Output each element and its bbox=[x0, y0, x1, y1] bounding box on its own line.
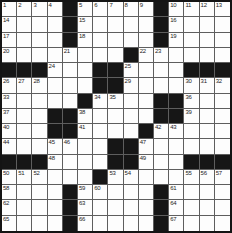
clue-number: 53 bbox=[109, 170, 115, 177]
grid-cell[interactable] bbox=[184, 139, 199, 154]
black-cell bbox=[154, 185, 169, 200]
grid-cell[interactable]: 5 bbox=[78, 2, 93, 17]
clue-number: 20 bbox=[3, 48, 9, 55]
grid-cell[interactable] bbox=[215, 139, 230, 154]
clue-number: 19 bbox=[170, 33, 176, 40]
grid-cell[interactable] bbox=[48, 33, 63, 48]
grid-cell[interactable] bbox=[215, 185, 230, 200]
grid-cell[interactable] bbox=[215, 48, 230, 63]
grid-cell[interactable] bbox=[93, 139, 108, 154]
grid-cell[interactable]: 28 bbox=[32, 78, 47, 93]
grid-cell[interactable] bbox=[215, 17, 230, 32]
clue-number: 39 bbox=[185, 109, 191, 116]
grid-cell[interactable] bbox=[154, 139, 169, 154]
grid-cell[interactable] bbox=[32, 139, 47, 154]
grid-cell[interactable]: 46 bbox=[63, 139, 78, 154]
grid-cell[interactable]: 55 bbox=[184, 170, 199, 185]
grid-cell[interactable] bbox=[93, 33, 108, 48]
grid-cell[interactable]: 52 bbox=[32, 170, 47, 185]
grid-cell[interactable]: 40 bbox=[2, 124, 17, 139]
clue-number: 3 bbox=[33, 2, 36, 9]
clue-number: 31 bbox=[201, 78, 207, 85]
black-cell bbox=[78, 94, 93, 109]
grid-cell[interactable] bbox=[124, 216, 139, 231]
grid-cell[interactable] bbox=[93, 124, 108, 139]
grid-cell[interactable] bbox=[93, 216, 108, 231]
grid-cell[interactable] bbox=[139, 170, 154, 185]
clue-number: 43 bbox=[170, 124, 176, 131]
clue-number: 40 bbox=[3, 124, 9, 131]
grid-cell[interactable] bbox=[17, 185, 32, 200]
black-cell bbox=[63, 185, 78, 200]
clue-number: 5 bbox=[79, 2, 82, 9]
clue-number: 37 bbox=[3, 109, 9, 116]
clue-number: 67 bbox=[170, 216, 176, 223]
grid-cell[interactable]: 32 bbox=[215, 78, 230, 93]
grid-cell[interactable] bbox=[200, 185, 215, 200]
grid-cell[interactable] bbox=[124, 94, 139, 109]
grid-cell[interactable] bbox=[108, 124, 123, 139]
grid-cell[interactable] bbox=[215, 216, 230, 231]
black-cell bbox=[63, 109, 78, 124]
grid-cell[interactable]: 22 bbox=[139, 48, 154, 63]
grid-cell[interactable]: 66 bbox=[78, 216, 93, 231]
grid-cell[interactable] bbox=[124, 33, 139, 48]
grid-cell[interactable] bbox=[32, 200, 47, 215]
black-cell bbox=[108, 139, 123, 154]
black-cell bbox=[17, 155, 32, 170]
grid-cell[interactable]: 37 bbox=[2, 109, 17, 124]
black-cell bbox=[215, 63, 230, 78]
clue-number: 18 bbox=[79, 33, 85, 40]
grid-cell[interactable] bbox=[17, 33, 32, 48]
black-cell bbox=[108, 63, 123, 78]
grid-cell[interactable]: 48 bbox=[48, 155, 63, 170]
clue-number: 57 bbox=[216, 170, 222, 177]
black-cell bbox=[48, 124, 63, 139]
grid-cell[interactable] bbox=[78, 63, 93, 78]
grid-cell[interactable] bbox=[169, 155, 184, 170]
black-cell bbox=[169, 109, 184, 124]
grid-cell[interactable] bbox=[139, 78, 154, 93]
grid-cell[interactable] bbox=[200, 200, 215, 215]
clue-number: 17 bbox=[3, 33, 9, 40]
black-cell bbox=[2, 63, 17, 78]
grid-cell[interactable] bbox=[184, 17, 199, 32]
clue-number: 59 bbox=[79, 185, 85, 192]
grid-cell[interactable] bbox=[48, 185, 63, 200]
grid-cell[interactable]: 51 bbox=[17, 170, 32, 185]
clue-number: 49 bbox=[140, 155, 146, 162]
grid-cell[interactable] bbox=[184, 124, 199, 139]
black-cell bbox=[63, 17, 78, 32]
clue-number: 11 bbox=[185, 2, 191, 9]
clue-number: 46 bbox=[64, 139, 70, 146]
grid-cell[interactable]: 61 bbox=[169, 185, 184, 200]
grid-cell[interactable] bbox=[169, 170, 184, 185]
clue-number: 60 bbox=[94, 185, 100, 192]
clue-number: 36 bbox=[185, 94, 191, 101]
grid-cell[interactable] bbox=[108, 48, 123, 63]
grid-cell[interactable]: 49 bbox=[139, 155, 154, 170]
black-cell bbox=[184, 155, 199, 170]
grid-cell[interactable] bbox=[124, 124, 139, 139]
grid-cell[interactable] bbox=[139, 185, 154, 200]
grid-cell[interactable] bbox=[32, 216, 47, 231]
clue-number: 28 bbox=[33, 78, 39, 85]
grid-cell[interactable]: 29 bbox=[124, 78, 139, 93]
black-cell bbox=[154, 33, 169, 48]
grid-cell[interactable]: 7 bbox=[108, 2, 123, 17]
clue-number: 29 bbox=[125, 78, 131, 85]
grid-cell[interactable] bbox=[78, 155, 93, 170]
grid-cell[interactable] bbox=[108, 109, 123, 124]
clue-number: 12 bbox=[201, 2, 207, 9]
grid-cell[interactable]: 58 bbox=[2, 185, 17, 200]
clue-number: 50 bbox=[3, 170, 9, 177]
clue-number: 7 bbox=[109, 2, 112, 9]
clue-number: 25 bbox=[125, 63, 131, 70]
grid-cell[interactable]: 14 bbox=[2, 17, 17, 32]
clue-number: 33 bbox=[3, 94, 9, 101]
grid-cell[interactable] bbox=[17, 94, 32, 109]
clue-number: 56 bbox=[201, 170, 207, 177]
clue-number: 8 bbox=[125, 2, 128, 9]
black-cell bbox=[184, 63, 199, 78]
grid-cell[interactable] bbox=[108, 216, 123, 231]
grid-cell[interactable]: 15 bbox=[78, 17, 93, 32]
grid-cell[interactable]: 23 bbox=[154, 48, 169, 63]
grid-cell[interactable]: 11 bbox=[184, 2, 199, 17]
grid-cell[interactable]: 50 bbox=[2, 170, 17, 185]
black-cell bbox=[93, 63, 108, 78]
grid-cell[interactable] bbox=[124, 17, 139, 32]
black-cell bbox=[124, 139, 139, 154]
grid-cell[interactable] bbox=[215, 33, 230, 48]
black-cell bbox=[154, 109, 169, 124]
grid-cell[interactable] bbox=[17, 17, 32, 32]
grid-cell[interactable] bbox=[184, 216, 199, 231]
grid-cell[interactable]: 16 bbox=[169, 17, 184, 32]
black-cell bbox=[93, 170, 108, 185]
black-cell bbox=[93, 78, 108, 93]
grid-cell[interactable] bbox=[184, 48, 199, 63]
grid-cell[interactable]: 27 bbox=[17, 78, 32, 93]
grid-cell[interactable] bbox=[200, 216, 215, 231]
grid-cell[interactable] bbox=[139, 200, 154, 215]
black-cell bbox=[108, 78, 123, 93]
grid-cell[interactable] bbox=[17, 48, 32, 63]
grid-cell[interactable]: 30 bbox=[184, 78, 199, 93]
black-cell bbox=[154, 94, 169, 109]
grid-cell[interactable]: 47 bbox=[139, 139, 154, 154]
grid-cell[interactable]: 31 bbox=[200, 78, 215, 93]
grid-cell[interactable] bbox=[124, 200, 139, 215]
grid-cell[interactable] bbox=[200, 48, 215, 63]
grid-cell[interactable]: 56 bbox=[200, 170, 215, 185]
grid-cell[interactable]: 25 bbox=[124, 63, 139, 78]
grid-cell[interactable] bbox=[17, 124, 32, 139]
grid-cell[interactable] bbox=[215, 124, 230, 139]
grid-cell[interactable]: 35 bbox=[108, 94, 123, 109]
black-cell bbox=[154, 200, 169, 215]
clue-number: 63 bbox=[79, 200, 85, 207]
black-cell bbox=[63, 200, 78, 215]
clue-number: 9 bbox=[140, 2, 143, 9]
grid-cell[interactable] bbox=[139, 33, 154, 48]
grid-cell[interactable]: 54 bbox=[124, 170, 139, 185]
clue-number: 6 bbox=[94, 2, 97, 9]
grid-cell[interactable]: 21 bbox=[63, 48, 78, 63]
grid-cell[interactable]: 33 bbox=[2, 94, 17, 109]
clue-number: 62 bbox=[3, 200, 9, 207]
grid-cell[interactable] bbox=[93, 17, 108, 32]
grid-cell[interactable] bbox=[215, 109, 230, 124]
grid-cell[interactable]: 65 bbox=[2, 216, 17, 231]
grid-cell[interactable]: 39 bbox=[184, 109, 199, 124]
grid-cell[interactable] bbox=[93, 155, 108, 170]
grid-cell[interactable] bbox=[17, 216, 32, 231]
grid-cell[interactable] bbox=[48, 170, 63, 185]
black-cell bbox=[215, 155, 230, 170]
grid-cell[interactable] bbox=[63, 155, 78, 170]
crossword-grid: 1234567891011121314151617181920212223242… bbox=[0, 0, 232, 233]
clue-number: 14 bbox=[3, 17, 9, 24]
grid-cell[interactable]: 13 bbox=[215, 2, 230, 17]
grid-cell[interactable]: 12 bbox=[200, 2, 215, 17]
clue-number: 35 bbox=[109, 94, 115, 101]
black-cell bbox=[63, 216, 78, 231]
grid-cell[interactable] bbox=[32, 17, 47, 32]
grid-cell[interactable]: 43 bbox=[169, 124, 184, 139]
grid-cell[interactable] bbox=[124, 109, 139, 124]
grid-cell[interactable] bbox=[139, 109, 154, 124]
grid-cell[interactable]: 42 bbox=[154, 124, 169, 139]
clue-number: 58 bbox=[3, 185, 9, 192]
grid-cell[interactable]: 44 bbox=[2, 139, 17, 154]
grid-cell[interactable] bbox=[169, 78, 184, 93]
grid-cell[interactable] bbox=[17, 200, 32, 215]
grid-cell[interactable] bbox=[78, 78, 93, 93]
grid-cell[interactable] bbox=[200, 94, 215, 109]
grid-cell[interactable]: 59 bbox=[78, 185, 93, 200]
grid-cell[interactable]: 19 bbox=[169, 33, 184, 48]
clue-number: 23 bbox=[155, 48, 161, 55]
grid-cell[interactable] bbox=[200, 33, 215, 48]
grid-cell[interactable] bbox=[32, 33, 47, 48]
grid-cell[interactable] bbox=[63, 63, 78, 78]
clue-number: 2 bbox=[18, 2, 21, 9]
grid-cell[interactable]: 2 bbox=[17, 2, 32, 17]
grid-cell[interactable]: 45 bbox=[48, 139, 63, 154]
clue-number: 55 bbox=[185, 170, 191, 177]
grid-cell[interactable] bbox=[215, 200, 230, 215]
clue-number: 41 bbox=[79, 124, 85, 131]
grid-cell[interactable] bbox=[17, 139, 32, 154]
black-cell bbox=[63, 33, 78, 48]
grid-cell[interactable] bbox=[169, 139, 184, 154]
black-cell bbox=[200, 63, 215, 78]
grid-cell[interactable] bbox=[17, 109, 32, 124]
grid-cell[interactable]: 6 bbox=[93, 2, 108, 17]
clue-number: 27 bbox=[18, 78, 24, 85]
black-cell bbox=[63, 124, 78, 139]
grid-cell[interactable]: 17 bbox=[2, 33, 17, 48]
grid-cell[interactable] bbox=[63, 94, 78, 109]
grid-cell[interactable] bbox=[63, 170, 78, 185]
black-cell bbox=[124, 155, 139, 170]
grid-cell[interactable]: 60 bbox=[93, 185, 108, 200]
grid-cell[interactable] bbox=[93, 48, 108, 63]
grid-cell[interactable] bbox=[48, 216, 63, 231]
clue-number: 15 bbox=[79, 17, 85, 24]
grid-cell[interactable]: 57 bbox=[215, 170, 230, 185]
grid-cell[interactable] bbox=[154, 63, 169, 78]
grid-cell[interactable]: 3 bbox=[32, 2, 47, 17]
grid-cell[interactable] bbox=[108, 185, 123, 200]
grid-cell[interactable] bbox=[78, 170, 93, 185]
grid-cell[interactable] bbox=[200, 109, 215, 124]
grid-cell[interactable]: 64 bbox=[169, 200, 184, 215]
clue-number: 22 bbox=[140, 48, 146, 55]
grid-cell[interactable]: 9 bbox=[139, 2, 154, 17]
grid-cell[interactable]: 53 bbox=[108, 170, 123, 185]
grid-cell[interactable] bbox=[78, 139, 93, 154]
clue-number: 51 bbox=[18, 170, 24, 177]
black-cell bbox=[108, 155, 123, 170]
grid-cell[interactable]: 10 bbox=[169, 2, 184, 17]
grid-cell[interactable] bbox=[32, 94, 47, 109]
clue-number: 26 bbox=[3, 78, 9, 85]
grid-cell[interactable] bbox=[154, 155, 169, 170]
grid-cell[interactable]: 8 bbox=[124, 2, 139, 17]
grid-cell[interactable] bbox=[48, 94, 63, 109]
clue-number: 21 bbox=[64, 48, 70, 55]
grid-cell[interactable] bbox=[154, 78, 169, 93]
clue-number: 10 bbox=[170, 2, 176, 9]
grid-cell[interactable] bbox=[169, 48, 184, 63]
grid-cell[interactable] bbox=[124, 185, 139, 200]
black-cell bbox=[154, 17, 169, 32]
grid-cell[interactable] bbox=[108, 200, 123, 215]
clue-number: 48 bbox=[49, 155, 55, 162]
grid-cell[interactable]: 26 bbox=[2, 78, 17, 93]
grid-cell[interactable] bbox=[32, 48, 47, 63]
grid-cell[interactable] bbox=[215, 94, 230, 109]
grid-cell[interactable] bbox=[139, 17, 154, 32]
black-cell bbox=[124, 48, 139, 63]
black-cell bbox=[169, 94, 184, 109]
grid-cell[interactable]: 41 bbox=[78, 124, 93, 139]
grid-cell[interactable]: 36 bbox=[184, 94, 199, 109]
clue-number: 34 bbox=[94, 94, 100, 101]
grid-cell[interactable] bbox=[48, 48, 63, 63]
grid-cell[interactable] bbox=[93, 109, 108, 124]
grid-cell[interactable]: 1 bbox=[2, 2, 17, 17]
black-cell bbox=[48, 109, 63, 124]
clue-number: 61 bbox=[170, 185, 176, 192]
grid-cell[interactable] bbox=[48, 78, 63, 93]
clue-number: 1 bbox=[3, 2, 6, 9]
clue-number: 42 bbox=[155, 124, 161, 131]
black-cell bbox=[2, 155, 17, 170]
grid-cell[interactable] bbox=[139, 63, 154, 78]
clue-number: 30 bbox=[185, 78, 191, 85]
grid-cell[interactable] bbox=[32, 124, 47, 139]
black-cell bbox=[154, 2, 169, 17]
grid-cell[interactable] bbox=[184, 185, 199, 200]
grid-cell[interactable] bbox=[139, 94, 154, 109]
grid-cell[interactable]: 67 bbox=[169, 216, 184, 231]
clue-number: 13 bbox=[216, 2, 222, 9]
grid-cell[interactable]: 34 bbox=[93, 94, 108, 109]
grid-cell[interactable] bbox=[200, 139, 215, 154]
grid-cell[interactable]: 4 bbox=[48, 2, 63, 17]
black-cell bbox=[63, 2, 78, 17]
clue-number: 38 bbox=[79, 109, 85, 116]
grid-cell[interactable] bbox=[200, 124, 215, 139]
clue-number: 52 bbox=[33, 170, 39, 177]
clue-number: 24 bbox=[49, 63, 55, 70]
clue-number: 64 bbox=[170, 200, 176, 207]
grid-cell[interactable] bbox=[32, 185, 47, 200]
grid-cell[interactable]: 63 bbox=[78, 200, 93, 215]
black-cell bbox=[154, 216, 169, 231]
clue-number: 65 bbox=[3, 216, 9, 223]
black-cell bbox=[139, 124, 154, 139]
grid-cell[interactable] bbox=[32, 109, 47, 124]
clue-number: 32 bbox=[216, 78, 222, 85]
clue-number: 66 bbox=[79, 216, 85, 223]
grid-cell[interactable] bbox=[169, 63, 184, 78]
grid-cell[interactable] bbox=[108, 17, 123, 32]
clue-number: 47 bbox=[140, 139, 146, 146]
clue-number: 45 bbox=[49, 139, 55, 146]
grid-cell[interactable]: 24 bbox=[48, 63, 63, 78]
grid-cell[interactable]: 20 bbox=[2, 48, 17, 63]
grid-cell[interactable] bbox=[139, 216, 154, 231]
grid-cell[interactable]: 18 bbox=[78, 33, 93, 48]
grid-cell[interactable] bbox=[48, 17, 63, 32]
grid-cell[interactable] bbox=[200, 17, 215, 32]
grid-cell[interactable] bbox=[154, 170, 169, 185]
grid-cell[interactable] bbox=[48, 200, 63, 215]
grid-cell[interactable] bbox=[93, 200, 108, 215]
black-cell bbox=[32, 155, 47, 170]
grid-cell[interactable] bbox=[108, 33, 123, 48]
clue-number: 4 bbox=[49, 2, 52, 9]
clue-number: 54 bbox=[125, 170, 131, 177]
grid-cell[interactable]: 62 bbox=[2, 200, 17, 215]
grid-cell[interactable] bbox=[63, 78, 78, 93]
grid-cell[interactable] bbox=[184, 200, 199, 215]
black-cell bbox=[17, 63, 32, 78]
black-cell bbox=[32, 63, 47, 78]
grid-cell[interactable]: 38 bbox=[78, 109, 93, 124]
clue-number: 44 bbox=[3, 139, 9, 146]
black-cell bbox=[200, 155, 215, 170]
grid-cell[interactable] bbox=[78, 48, 93, 63]
grid-cell[interactable] bbox=[184, 33, 199, 48]
clue-number: 16 bbox=[170, 17, 176, 24]
